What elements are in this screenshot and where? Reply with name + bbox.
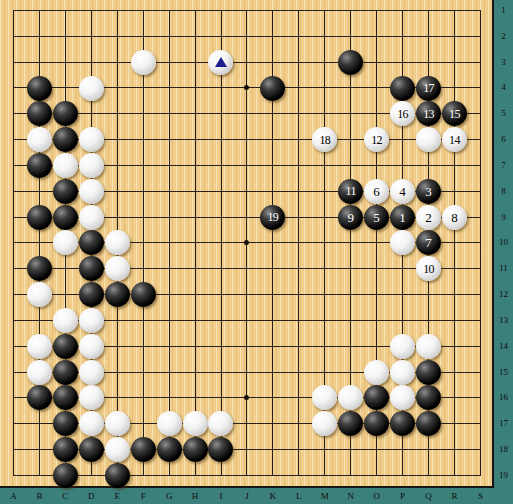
stone-M6[interactable]: 18: [312, 127, 337, 152]
stone-B5[interactable]: [27, 101, 52, 126]
stone-B7[interactable]: [27, 153, 52, 178]
stone-K9[interactable]: 19: [260, 205, 285, 230]
stone-M17[interactable]: [312, 411, 337, 436]
stone-D18[interactable]: [79, 437, 104, 462]
move-number-label: 8: [451, 211, 458, 224]
stone-Q16[interactable]: [416, 385, 441, 410]
row-label-10: 10: [494, 237, 513, 248]
row-label-1: 1: [494, 5, 513, 16]
stone-C19[interactable]: [53, 463, 78, 488]
stone-I3[interactable]: [208, 50, 233, 75]
stone-Q5[interactable]: 13: [416, 101, 441, 126]
stone-B15[interactable]: [27, 360, 52, 385]
move-number-label: 5: [373, 211, 380, 224]
column-label-E: E: [109, 489, 125, 504]
stone-B4[interactable]: [27, 76, 52, 101]
move-number-label: 14: [449, 134, 460, 146]
stone-B9[interactable]: [27, 205, 52, 230]
stone-C18[interactable]: [53, 437, 78, 462]
row-label-12: 12: [494, 289, 513, 300]
stone-C15[interactable]: [53, 360, 78, 385]
stone-B6[interactable]: [27, 127, 52, 152]
stones-layer: 17161315181214116431995128710: [1, 0, 494, 488]
stone-P16[interactable]: [390, 385, 415, 410]
stone-B14[interactable]: [27, 334, 52, 359]
move-number-label: 11: [346, 185, 356, 197]
column-label-L: L: [291, 489, 307, 504]
stone-D10[interactable]: [79, 230, 104, 255]
stone-N9[interactable]: 9: [338, 205, 363, 230]
row-label-15: 15: [494, 367, 513, 378]
row-label-11: 11: [494, 263, 513, 274]
row-label-17: 17: [494, 418, 513, 429]
stone-D14[interactable]: [79, 334, 104, 359]
stone-E19[interactable]: [105, 463, 130, 488]
move-number-label: 18: [319, 134, 330, 146]
stone-N8[interactable]: 11: [338, 179, 363, 204]
stone-N3[interactable]: [338, 50, 363, 75]
row-label-7: 7: [494, 160, 513, 171]
column-label-J: J: [239, 489, 255, 504]
stone-Q6[interactable]: [416, 127, 441, 152]
stone-P8[interactable]: 4: [390, 179, 415, 204]
stone-B16[interactable]: [27, 385, 52, 410]
stone-E17[interactable]: [105, 411, 130, 436]
stone-D8[interactable]: [79, 179, 104, 204]
stone-O8[interactable]: 6: [364, 179, 389, 204]
move-number-label: 7: [425, 236, 432, 249]
stone-C8[interactable]: [53, 179, 78, 204]
column-label-P: P: [395, 489, 411, 504]
stone-H17[interactable]: [183, 411, 208, 436]
move-number-label: 9: [347, 211, 354, 224]
move-number-label: 15: [449, 108, 460, 120]
stone-H18[interactable]: [183, 437, 208, 462]
move-number-label: 2: [425, 211, 432, 224]
column-label-N: N: [343, 489, 359, 504]
stone-Q8[interactable]: 3: [416, 179, 441, 204]
stone-D17[interactable]: [79, 411, 104, 436]
stone-R5[interactable]: 15: [442, 101, 467, 126]
row-label-8: 8: [494, 186, 513, 197]
stone-E10[interactable]: [105, 230, 130, 255]
go-app-window: 17161315181214116431995128710 1234567891…: [0, 0, 513, 504]
stone-Q9[interactable]: 2: [416, 205, 441, 230]
move-number-label: 1: [399, 211, 406, 224]
stone-C14[interactable]: [53, 334, 78, 359]
column-label-D: D: [83, 489, 99, 504]
move-number-label: 13: [423, 108, 434, 120]
move-number-label: 4: [399, 185, 406, 198]
stone-K4[interactable]: [260, 76, 285, 101]
move-number-label: 6: [373, 185, 380, 198]
stone-P4[interactable]: [390, 76, 415, 101]
column-label-G: G: [161, 489, 177, 504]
stone-C7[interactable]: [53, 153, 78, 178]
column-label-H: H: [187, 489, 203, 504]
stone-O15[interactable]: [364, 360, 389, 385]
stone-I18[interactable]: [208, 437, 233, 462]
stone-B12[interactable]: [27, 282, 52, 307]
stone-D13[interactable]: [79, 308, 104, 333]
column-label-O: O: [369, 489, 385, 504]
stone-O6[interactable]: 12: [364, 127, 389, 152]
stone-P14[interactable]: [390, 334, 415, 359]
goban[interactable]: 17161315181214116431995128710: [0, 0, 494, 488]
move-number-label: 17: [423, 82, 434, 94]
column-label-S: S: [472, 489, 488, 504]
stone-F12[interactable]: [131, 282, 156, 307]
move-number-label: 10: [423, 263, 434, 275]
move-number-label: 12: [371, 134, 382, 146]
row-label-9: 9: [494, 212, 513, 223]
stone-D9[interactable]: [79, 205, 104, 230]
stone-Q11[interactable]: 10: [416, 256, 441, 281]
stone-R6[interactable]: 14: [442, 127, 467, 152]
column-label-B: B: [31, 489, 47, 504]
stone-C5[interactable]: [53, 101, 78, 126]
stone-C9[interactable]: [53, 205, 78, 230]
triangle-marker: [215, 57, 227, 67]
stone-D6[interactable]: [79, 127, 104, 152]
column-label-C: C: [57, 489, 73, 504]
stone-M16[interactable]: [312, 385, 337, 410]
stone-C13[interactable]: [53, 308, 78, 333]
row-label-18: 18: [494, 444, 513, 455]
column-label-R: R: [446, 489, 462, 504]
stone-G18[interactable]: [157, 437, 182, 462]
stone-O16[interactable]: [364, 385, 389, 410]
stone-P10[interactable]: [390, 230, 415, 255]
stone-D7[interactable]: [79, 153, 104, 178]
move-number-label: 19: [268, 211, 279, 223]
row-label-14: 14: [494, 341, 513, 352]
move-number-label: 16: [397, 108, 408, 120]
stone-E11[interactable]: [105, 256, 130, 281]
stone-D12[interactable]: [79, 282, 104, 307]
stone-O17[interactable]: [364, 411, 389, 436]
stone-C10[interactable]: [53, 230, 78, 255]
stone-Q4[interactable]: 17: [416, 76, 441, 101]
row-label-2: 2: [494, 31, 513, 42]
stone-F18[interactable]: [131, 437, 156, 462]
row-label-3: 3: [494, 57, 513, 68]
column-label-M: M: [317, 489, 333, 504]
stone-D15[interactable]: [79, 360, 104, 385]
stone-R9[interactable]: 8: [442, 205, 467, 230]
column-label-I: I: [213, 489, 229, 504]
stone-E18[interactable]: [105, 437, 130, 462]
stone-D4[interactable]: [79, 76, 104, 101]
stone-C16[interactable]: [53, 385, 78, 410]
stone-N17[interactable]: [338, 411, 363, 436]
column-label-F: F: [135, 489, 151, 504]
row-label-13: 13: [494, 315, 513, 326]
column-label-K: K: [265, 489, 281, 504]
stone-C17[interactable]: [53, 411, 78, 436]
stone-F3[interactable]: [131, 50, 156, 75]
move-number-label: 3: [425, 185, 432, 198]
stone-P9[interactable]: 1: [390, 205, 415, 230]
stone-N16[interactable]: [338, 385, 363, 410]
stone-I17[interactable]: [208, 411, 233, 436]
row-label-5: 5: [494, 108, 513, 119]
column-label-Q: Q: [421, 489, 437, 504]
stone-P5[interactable]: 16: [390, 101, 415, 126]
stone-D16[interactable]: [79, 385, 104, 410]
stone-G17[interactable]: [157, 411, 182, 436]
stone-P15[interactable]: [390, 360, 415, 385]
stone-E12[interactable]: [105, 282, 130, 307]
row-label-4: 4: [494, 82, 513, 93]
column-label-A: A: [6, 489, 22, 504]
stone-P17[interactable]: [390, 411, 415, 436]
stone-D11[interactable]: [79, 256, 104, 281]
stone-Q17[interactable]: [416, 411, 441, 436]
stone-Q14[interactable]: [416, 334, 441, 359]
row-label-19: 19: [494, 470, 513, 481]
stone-B11[interactable]: [27, 256, 52, 281]
row-label-6: 6: [494, 134, 513, 145]
row-label-16: 16: [494, 392, 513, 403]
stone-Q15[interactable]: [416, 360, 441, 385]
stone-C6[interactable]: [53, 127, 78, 152]
stone-Q10[interactable]: 7: [416, 230, 441, 255]
stone-O9[interactable]: 5: [364, 205, 389, 230]
